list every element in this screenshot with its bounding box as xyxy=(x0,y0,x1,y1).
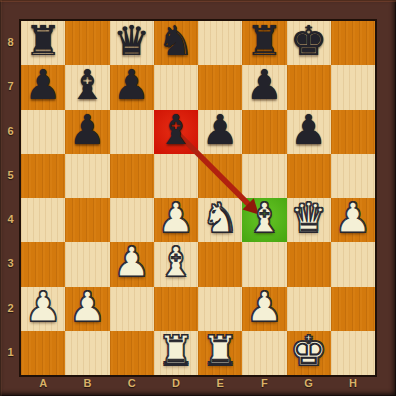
square-b5[interactable] xyxy=(65,154,109,198)
black-pawn-e6[interactable]: ♟ xyxy=(202,108,239,152)
white-rook-e1[interactable]: ♜ xyxy=(202,329,239,373)
file-label-h: H xyxy=(343,377,363,389)
file-label-e: E xyxy=(210,377,230,389)
square-a5[interactable] xyxy=(21,154,65,198)
square-f8[interactable]: ♜ xyxy=(242,21,286,65)
square-c7[interactable]: ♟ xyxy=(110,65,154,109)
square-h3[interactable] xyxy=(331,242,375,286)
black-bishop-b7[interactable]: ♝ xyxy=(69,63,106,107)
square-h8[interactable] xyxy=(331,21,375,65)
square-h5[interactable] xyxy=(331,154,375,198)
black-pawn-c7[interactable]: ♟ xyxy=(113,63,150,107)
square-a2[interactable]: ♟ xyxy=(21,287,65,331)
white-pawn-c3[interactable]: ♟ xyxy=(113,240,150,284)
square-b4[interactable] xyxy=(65,198,109,242)
square-d3[interactable]: ♝ xyxy=(154,242,198,286)
rank-label-4: 4 xyxy=(0,213,21,225)
square-f1[interactable] xyxy=(242,331,286,375)
square-f7[interactable]: ♟ xyxy=(242,65,286,109)
file-label-c: C xyxy=(122,377,142,389)
white-queen-g4[interactable]: ♛ xyxy=(290,196,327,240)
square-h7[interactable] xyxy=(331,65,375,109)
square-a8[interactable]: ♜ xyxy=(21,21,65,65)
square-f6[interactable] xyxy=(242,110,286,154)
square-b6[interactable]: ♟ xyxy=(65,110,109,154)
square-f3[interactable] xyxy=(242,242,286,286)
rank-label-2: 2 xyxy=(0,302,21,314)
square-b3[interactable] xyxy=(65,242,109,286)
square-b7[interactable]: ♝ xyxy=(65,65,109,109)
square-e3[interactable] xyxy=(198,242,242,286)
square-c8[interactable]: ♛ xyxy=(110,21,154,65)
square-g3[interactable] xyxy=(287,242,331,286)
black-knight-d8[interactable]: ♞ xyxy=(157,19,194,63)
square-c5[interactable] xyxy=(110,154,154,198)
square-d2[interactable] xyxy=(154,287,198,331)
rank-label-1: 1 xyxy=(0,346,21,358)
square-e4[interactable]: ♞ xyxy=(198,198,242,242)
square-g6[interactable]: ♟ xyxy=(287,110,331,154)
rank-label-7: 7 xyxy=(0,80,21,92)
rank-label-6: 6 xyxy=(0,125,21,137)
white-bishop-d3[interactable]: ♝ xyxy=(157,240,194,284)
square-a3[interactable] xyxy=(21,242,65,286)
black-pawn-b6[interactable]: ♟ xyxy=(69,108,106,152)
square-h2[interactable] xyxy=(331,287,375,331)
square-e8[interactable] xyxy=(198,21,242,65)
square-f2[interactable]: ♟ xyxy=(242,287,286,331)
square-d5[interactable] xyxy=(154,154,198,198)
rank-label-8: 8 xyxy=(0,36,21,48)
square-g1[interactable]: ♚ xyxy=(287,331,331,375)
white-pawn-d4[interactable]: ♟ xyxy=(157,196,194,240)
file-label-g: G xyxy=(299,377,319,389)
square-c1[interactable] xyxy=(110,331,154,375)
square-e5[interactable] xyxy=(198,154,242,198)
square-g2[interactable] xyxy=(287,287,331,331)
square-h1[interactable] xyxy=(331,331,375,375)
square-e2[interactable] xyxy=(198,287,242,331)
square-f4[interactable]: ♝ xyxy=(242,198,286,242)
file-label-d: D xyxy=(166,377,186,389)
square-c4[interactable] xyxy=(110,198,154,242)
square-c3[interactable]: ♟ xyxy=(110,242,154,286)
square-a6[interactable] xyxy=(21,110,65,154)
square-h6[interactable] xyxy=(331,110,375,154)
white-bishop-f4[interactable]: ♝ xyxy=(246,196,283,240)
white-pawn-b2[interactable]: ♟ xyxy=(69,285,106,329)
square-d1[interactable]: ♜ xyxy=(154,331,198,375)
square-b2[interactable]: ♟ xyxy=(65,287,109,331)
black-king-g8[interactable]: ♚ xyxy=(290,19,327,63)
white-pawn-a2[interactable]: ♟ xyxy=(25,285,62,329)
square-a7[interactable]: ♟ xyxy=(21,65,65,109)
black-pawn-g6[interactable]: ♟ xyxy=(290,108,327,152)
black-queen-c8[interactable]: ♛ xyxy=(113,19,150,63)
white-pawn-h4[interactable]: ♟ xyxy=(334,196,371,240)
square-c6[interactable] xyxy=(110,110,154,154)
square-b8[interactable] xyxy=(65,21,109,65)
white-pawn-f2[interactable]: ♟ xyxy=(246,285,283,329)
file-label-f: F xyxy=(254,377,274,389)
file-label-a: A xyxy=(33,377,53,389)
black-pawn-f7[interactable]: ♟ xyxy=(246,63,283,107)
white-king-g1[interactable]: ♚ xyxy=(290,329,327,373)
square-g5[interactable] xyxy=(287,154,331,198)
chess-board: ♜♛♞♜♚♟♝♟♟♟♝♟♟♟♞♝♛♟♟♝♟♟♟♜♜♚ xyxy=(21,21,375,375)
square-g8[interactable]: ♚ xyxy=(287,21,331,65)
black-rook-f8[interactable]: ♜ xyxy=(246,19,283,63)
black-bishop-d6[interactable]: ♝ xyxy=(157,108,194,152)
square-e1[interactable]: ♜ xyxy=(198,331,242,375)
white-knight-e4[interactable]: ♞ xyxy=(202,196,239,240)
square-g7[interactable] xyxy=(287,65,331,109)
rank-label-5: 5 xyxy=(0,169,21,181)
square-d6[interactable]: ♝ xyxy=(154,110,198,154)
square-a1[interactable] xyxy=(21,331,65,375)
square-b1[interactable] xyxy=(65,331,109,375)
black-pawn-a7[interactable]: ♟ xyxy=(25,63,62,107)
square-h4[interactable]: ♟ xyxy=(331,198,375,242)
square-e6[interactable]: ♟ xyxy=(198,110,242,154)
square-f5[interactable] xyxy=(242,154,286,198)
square-d4[interactable]: ♟ xyxy=(154,198,198,242)
square-a4[interactable] xyxy=(21,198,65,242)
square-d7[interactable] xyxy=(154,65,198,109)
board-frame: ♜♛♞♜♚♟♝♟♟♟♝♟♟♟♞♝♛♟♟♝♟♟♟♜♜♚ 87654321ABCDE… xyxy=(0,0,396,396)
file-label-b: B xyxy=(77,377,97,389)
square-e7[interactable] xyxy=(198,65,242,109)
white-rook-d1[interactable]: ♜ xyxy=(157,329,194,373)
square-d8[interactable]: ♞ xyxy=(154,21,198,65)
square-g4[interactable]: ♛ xyxy=(287,198,331,242)
rank-label-3: 3 xyxy=(0,257,21,269)
black-rook-a8[interactable]: ♜ xyxy=(25,19,62,63)
square-c2[interactable] xyxy=(110,287,154,331)
